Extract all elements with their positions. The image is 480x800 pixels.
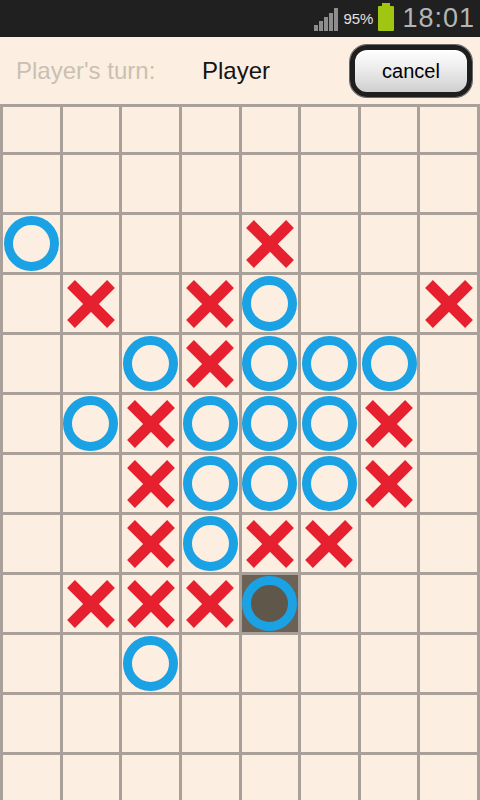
cell-r2c3[interactable]: [182, 215, 239, 272]
cell-r8c5[interactable]: [301, 575, 358, 632]
x-piece: [361, 456, 417, 512]
cell-r3c1[interactable]: [63, 275, 120, 332]
x-piece: [182, 336, 238, 392]
last-move-o-piece: [242, 576, 297, 631]
cell-r4c3[interactable]: [182, 335, 239, 392]
cell-r0c4[interactable]: [242, 107, 299, 152]
cell-r7c4[interactable]: [242, 515, 299, 572]
cell-r2c1[interactable]: [63, 215, 120, 272]
cell-r9c3[interactable]: [182, 635, 239, 692]
cell-r4c7[interactable]: [420, 335, 477, 392]
cell-r8c3[interactable]: [182, 575, 239, 632]
cell-r6c5[interactable]: [301, 455, 358, 512]
cell-r4c5[interactable]: [301, 335, 358, 392]
cell-r4c6[interactable]: [361, 335, 418, 392]
cell-r9c2[interactable]: [122, 635, 179, 692]
cell-r9c6[interactable]: [361, 635, 418, 692]
cell-r3c2[interactable]: [122, 275, 179, 332]
cell-r1c3[interactable]: [182, 155, 239, 212]
o-piece: [302, 456, 357, 511]
cancel-button[interactable]: cancel: [350, 45, 472, 97]
cell-r0c2[interactable]: [122, 107, 179, 152]
cell-r6c3[interactable]: [182, 455, 239, 512]
battery-icon: [378, 6, 394, 31]
cell-r7c2[interactable]: [122, 515, 179, 572]
cell-r5c6[interactable]: [361, 395, 418, 452]
clock: 18:01: [402, 3, 475, 34]
cell-r9c1[interactable]: [63, 635, 120, 692]
cell-r9c4[interactable]: [242, 635, 299, 692]
signal-strength-icon: [314, 7, 338, 31]
cell-r6c1[interactable]: [63, 455, 120, 512]
phone-screen: 95% 18:01 Player's turn: Player cancel: [0, 0, 480, 800]
cell-r8c2[interactable]: [122, 575, 179, 632]
x-piece: [63, 276, 119, 332]
cell-r1c7[interactable]: [420, 155, 477, 212]
cell-r9c0[interactable]: [3, 635, 60, 692]
cell-r0c3[interactable]: [182, 107, 239, 152]
cell-r6c7[interactable]: [420, 455, 477, 512]
cell-r8c7[interactable]: [420, 575, 477, 632]
cell-r11c7[interactable]: [420, 755, 477, 800]
cell-r1c4[interactable]: [242, 155, 299, 212]
x-piece: [182, 276, 238, 332]
cell-r0c5[interactable]: [301, 107, 358, 152]
o-piece: [183, 396, 238, 451]
cell-r4c1[interactable]: [63, 335, 120, 392]
cell-r1c5[interactable]: [301, 155, 358, 212]
cell-r2c7[interactable]: [420, 215, 477, 272]
o-piece: [4, 216, 59, 271]
x-piece: [242, 516, 298, 572]
cell-r8c0[interactable]: [3, 575, 60, 632]
o-piece: [242, 336, 297, 391]
cell-r5c2[interactable]: [122, 395, 179, 452]
x-piece: [123, 456, 179, 512]
cell-r10c1[interactable]: [63, 695, 120, 752]
cell-r6c0[interactable]: [3, 455, 60, 512]
cell-r7c7[interactable]: [420, 515, 477, 572]
cell-r11c3[interactable]: [182, 755, 239, 800]
cell-r10c2[interactable]: [122, 695, 179, 752]
cell-r3c6[interactable]: [361, 275, 418, 332]
cell-r9c7[interactable]: [420, 635, 477, 692]
cell-r2c6[interactable]: [361, 215, 418, 272]
x-piece: [123, 396, 179, 452]
turn-player-name: Player: [202, 57, 270, 85]
cell-r9c5[interactable]: [301, 635, 358, 692]
cell-r3c4[interactable]: [242, 275, 299, 332]
cell-r8c6[interactable]: [361, 575, 418, 632]
x-piece: [301, 516, 357, 572]
cell-r11c5[interactable]: [301, 755, 358, 800]
cell-r2c2[interactable]: [122, 215, 179, 272]
cell-r2c4[interactable]: [242, 215, 299, 272]
game-board: [0, 104, 480, 800]
header: Player's turn: Player cancel: [0, 37, 480, 104]
cell-r5c7[interactable]: [420, 395, 477, 452]
cell-r3c5[interactable]: [301, 275, 358, 332]
cell-r10c0[interactable]: [3, 695, 60, 752]
o-piece: [302, 396, 357, 451]
cell-r7c1[interactable]: [63, 515, 120, 572]
cell-r3c7[interactable]: [420, 275, 477, 332]
cell-r10c7[interactable]: [420, 695, 477, 752]
cell-r1c1[interactable]: [63, 155, 120, 212]
o-piece: [123, 636, 178, 691]
cell-r7c3[interactable]: [182, 515, 239, 572]
cell-r7c6[interactable]: [361, 515, 418, 572]
o-piece: [183, 516, 238, 571]
cell-r7c0[interactable]: [3, 515, 60, 572]
cell-r1c2[interactable]: [122, 155, 179, 212]
cell-r5c0[interactable]: [3, 395, 60, 452]
o-piece: [242, 456, 297, 511]
cell-r0c6[interactable]: [361, 107, 418, 152]
o-piece: [183, 456, 238, 511]
cell-r6c6[interactable]: [361, 455, 418, 512]
cell-r5c4[interactable]: [242, 395, 299, 452]
cell-r0c7[interactable]: [420, 107, 477, 152]
cell-r1c0[interactable]: [3, 155, 60, 212]
cell-r6c4[interactable]: [242, 455, 299, 512]
cell-r10c6[interactable]: [361, 695, 418, 752]
cell-r10c4[interactable]: [242, 695, 299, 752]
o-piece: [302, 336, 357, 391]
cell-r11c0[interactable]: [3, 755, 60, 800]
cell-r11c2[interactable]: [122, 755, 179, 800]
cell-r5c1[interactable]: [63, 395, 120, 452]
o-piece: [362, 336, 417, 391]
cell-r5c5[interactable]: [301, 395, 358, 452]
o-piece: [63, 396, 118, 451]
x-piece: [123, 516, 179, 572]
x-piece: [361, 396, 417, 452]
cell-r2c0[interactable]: [3, 215, 60, 272]
cell-r11c6[interactable]: [361, 755, 418, 800]
cell-r6c2[interactable]: [122, 455, 179, 512]
cell-r7c5[interactable]: [301, 515, 358, 572]
cell-r4c0[interactable]: [3, 335, 60, 392]
x-piece: [242, 216, 298, 272]
cell-r1c6[interactable]: [361, 155, 418, 212]
x-piece: [123, 576, 179, 632]
cell-r10c3[interactable]: [182, 695, 239, 752]
o-piece: [123, 336, 178, 391]
cell-r11c1[interactable]: [63, 755, 120, 800]
status-bar: 95% 18:01: [0, 0, 480, 37]
cell-r5c3[interactable]: [182, 395, 239, 452]
o-piece: [242, 276, 297, 331]
o-piece: [242, 396, 297, 451]
cell-r10c5[interactable]: [301, 695, 358, 752]
cell-r4c4[interactable]: [242, 335, 299, 392]
cell-r2c5[interactable]: [301, 215, 358, 272]
x-piece: [182, 576, 238, 632]
cell-r0c1[interactable]: [63, 107, 120, 152]
turn-label: Player's turn:: [16, 57, 155, 85]
x-piece: [63, 576, 119, 632]
cell-r3c0[interactable]: [3, 275, 60, 332]
cell-r11c4[interactable]: [242, 755, 299, 800]
cell-r8c4[interactable]: [242, 575, 299, 632]
cell-r8c1[interactable]: [63, 575, 120, 632]
cell-r4c2[interactable]: [122, 335, 179, 392]
x-piece: [421, 276, 477, 332]
battery-percent: 95%: [343, 10, 373, 27]
cell-r3c3[interactable]: [182, 275, 239, 332]
cell-r0c0[interactable]: [3, 107, 60, 152]
